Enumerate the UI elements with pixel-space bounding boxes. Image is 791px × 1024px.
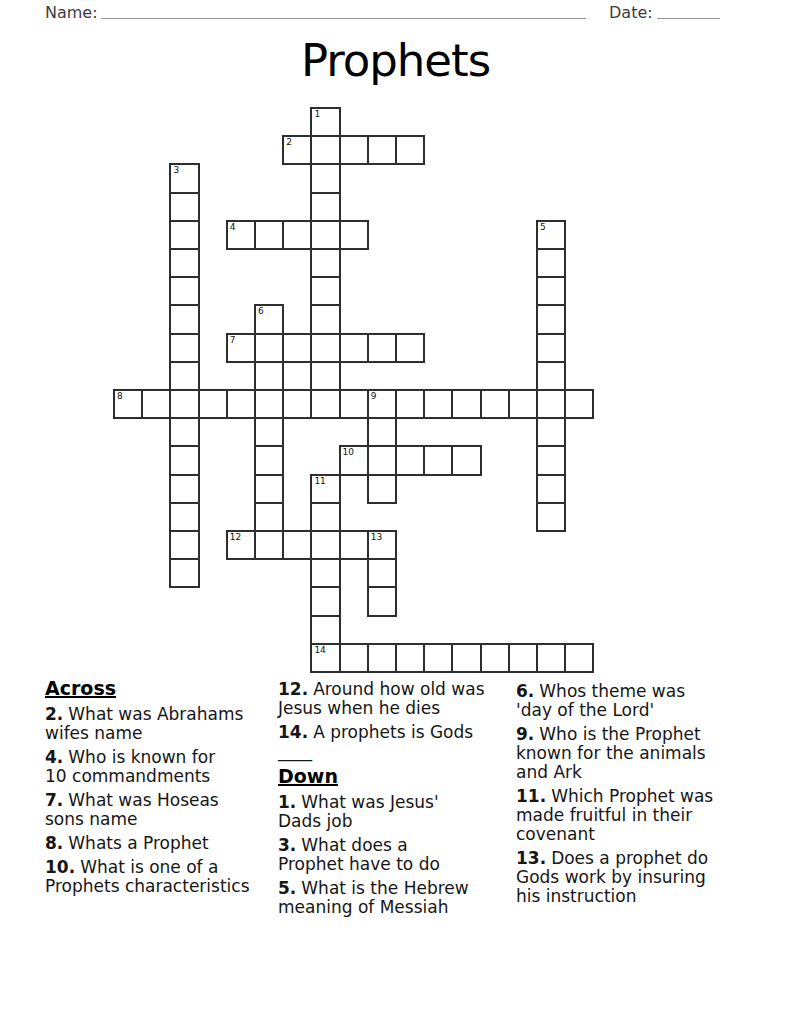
grid-cell-r14c7[interactable] (310, 502, 340, 532)
grid-cell-r11c5[interactable] (254, 417, 284, 447)
page-title: Prophets (0, 34, 791, 87)
grid-cell-r2c2[interactable]: 3 (169, 163, 199, 193)
grid-cell-r3c2[interactable] (169, 192, 199, 222)
grid-cell-r19c9[interactable] (367, 643, 397, 673)
grid-cell-r6c7[interactable] (310, 276, 340, 306)
clue-down-5: 5.What is the Hebrew meaning of Messiah (278, 879, 512, 917)
cell-number-4: 4 (230, 222, 236, 232)
grid-cell-r1c7[interactable] (310, 135, 340, 165)
grid-cell-r15c7[interactable] (310, 530, 340, 560)
worksheet-page: Name: Date: Prophets 1234567891011121314… (0, 0, 791, 1024)
clue-across-7: 7.What was Hoseas sons name (45, 791, 267, 829)
grid-cell-r13c5[interactable] (254, 474, 284, 504)
grid-cell-r8c4[interactable]: 7 (226, 333, 256, 363)
clue-down-13: 13.Does a prophet do Gods work by insuri… (516, 849, 746, 906)
grid-cell-r10c2[interactable] (169, 389, 199, 419)
grid-cell-r3c7[interactable] (310, 192, 340, 222)
grid-cell-r11c15[interactable] (536, 417, 566, 447)
clue-text: Who is the Prophet known for the animals… (516, 724, 706, 782)
grid-cell-r4c5[interactable] (254, 220, 284, 250)
grid-cell-r4c6[interactable] (282, 220, 312, 250)
grid-cell-r12c8[interactable]: 10 (339, 445, 369, 475)
grid-cell-r10c10[interactable] (395, 389, 425, 419)
grid-cell-r5c2[interactable] (169, 248, 199, 278)
grid-cell-r4c8[interactable] (339, 220, 369, 250)
grid-cell-r19c8[interactable] (339, 643, 369, 673)
clue-number: 14. (278, 722, 308, 742)
grid-cell-r10c3[interactable] (198, 389, 228, 419)
cell-number-14: 14 (314, 645, 325, 655)
cell-number-3: 3 (173, 165, 179, 175)
clue-number: 10. (45, 857, 75, 877)
grid-cell-r10c15[interactable] (536, 389, 566, 419)
clue-number: 12. (278, 679, 308, 699)
grid-cell-r12c11[interactable] (423, 445, 453, 475)
clue-across-12: 12.Around how old was Jesus when he dies (278, 680, 512, 718)
grid-cell-r14c5[interactable] (254, 502, 284, 532)
grid-cell-r10c8[interactable] (339, 389, 369, 419)
grid-cell-r17c7[interactable] (310, 586, 340, 616)
grid-cell-r7c5[interactable]: 6 (254, 304, 284, 334)
clue-number: 2. (45, 704, 63, 724)
grid-cell-r19c15[interactable] (536, 643, 566, 673)
clue-number: 11. (516, 786, 546, 806)
grid-cell-r8c10[interactable] (395, 333, 425, 363)
name-input-line[interactable] (101, 18, 586, 19)
grid-cell-r9c5[interactable] (254, 361, 284, 391)
clue-text: What is the Hebrew meaning of Messiah (278, 878, 469, 917)
grid-cell-r1c8[interactable] (339, 135, 369, 165)
grid-cell-r5c7[interactable] (310, 248, 340, 278)
clue-down-11: 11.Which Prophet was made fruitful in th… (516, 787, 746, 844)
grid-cell-r10c4[interactable] (226, 389, 256, 419)
grid-cell-r10c5[interactable] (254, 389, 284, 419)
grid-cell-r8c15[interactable] (536, 333, 566, 363)
clues-column-left: Across 2.What was Abrahams wifes name 4.… (45, 678, 267, 901)
grid-cell-r6c15[interactable] (536, 276, 566, 306)
grid-cell-r10c12[interactable] (451, 389, 481, 419)
grid-cell-r10c9[interactable]: 9 (367, 389, 397, 419)
clue-number: 7. (45, 790, 63, 810)
clue-text: Whos theme was 'day of the Lord' (516, 681, 685, 720)
clue-text: Whats a Prophet (68, 833, 208, 853)
grid-cell-r7c7[interactable] (310, 304, 340, 334)
grid-cell-r10c6[interactable] (282, 389, 312, 419)
grid-cell-r1c10[interactable] (395, 135, 425, 165)
date-label: Date: (609, 3, 653, 22)
grid-cell-r15c9[interactable]: 13 (367, 530, 397, 560)
grid-cell-r8c2[interactable] (169, 333, 199, 363)
grid-cell-r11c2[interactable] (169, 417, 199, 447)
clue-down-6: 6.Whos theme was 'day of the Lord' (516, 682, 746, 720)
clue-number: 4. (45, 747, 63, 767)
clue-text: What was Hoseas sons name (45, 790, 219, 829)
cell-number-11: 11 (314, 476, 325, 486)
clue-text: Who is known for 10 commandments (45, 747, 215, 786)
cell-number-1: 1 (314, 109, 320, 119)
grid-cell-r1c9[interactable] (367, 135, 397, 165)
crossword-grid: 1234567891011121314 (113, 107, 595, 674)
grid-cell-r4c2[interactable] (169, 220, 199, 250)
clue-down-1: 1.What was Jesus' Dads job (278, 793, 512, 831)
grid-cell-r13c9[interactable] (367, 474, 397, 504)
grid-cell-r8c8[interactable] (339, 333, 369, 363)
clue-across-4: 4.Who is known for 10 commandments (45, 748, 267, 786)
grid-cell-r17c9[interactable] (367, 586, 397, 616)
grid-cell-r14c15[interactable] (536, 502, 566, 532)
grid-cell-r7c15[interactable] (536, 304, 566, 334)
clue-text: What was Abrahams wifes name (45, 704, 243, 743)
clue-across-14: 14.A prophets is Gods ____ (278, 723, 512, 761)
grid-cell-r19c7[interactable]: 14 (310, 643, 340, 673)
clue-text: Around how old was Jesus when he dies (278, 679, 485, 718)
across-heading: Across (45, 678, 267, 699)
grid-cell-r16c2[interactable] (169, 558, 199, 588)
grid-cell-r15c4[interactable]: 12 (226, 530, 256, 560)
grid-cell-r18c7[interactable] (310, 615, 340, 645)
cell-number-8: 8 (117, 391, 123, 401)
clue-text: What is one of a Prophets characteristic… (45, 857, 250, 896)
grid-cell-r15c2[interactable] (169, 530, 199, 560)
grid-cell-r19c16[interactable] (564, 643, 594, 673)
grid-cell-r10c7[interactable] (310, 389, 340, 419)
grid-cell-r1c6[interactable]: 2 (282, 135, 312, 165)
grid-cell-r7c2[interactable] (169, 304, 199, 334)
clue-number: 1. (278, 792, 296, 812)
clue-number: 13. (516, 848, 546, 868)
grid-cell-r10c13[interactable] (480, 389, 510, 419)
clue-number: 5. (278, 878, 296, 898)
cell-number-6: 6 (258, 306, 264, 316)
grid-cell-r8c6[interactable] (282, 333, 312, 363)
grid-cell-r15c5[interactable] (254, 530, 284, 560)
grid-cell-r19c10[interactable] (395, 643, 425, 673)
grid-cell-r13c7[interactable]: 11 (310, 474, 340, 504)
clue-across-2: 2.What was Abrahams wifes name (45, 705, 267, 743)
grid-cell-r13c15[interactable] (536, 474, 566, 504)
grid-cell-r15c6[interactable] (282, 530, 312, 560)
name-label: Name: (45, 3, 98, 22)
grid-cell-r12c2[interactable] (169, 445, 199, 475)
grid-cell-r4c15[interactable]: 5 (536, 220, 566, 250)
clues-column-right: 6.Whos theme was 'day of the Lord' 9.Who… (516, 682, 746, 911)
cell-number-10: 10 (343, 447, 354, 457)
grid-cell-r19c12[interactable] (451, 643, 481, 673)
cell-number-2: 2 (286, 137, 292, 147)
grid-cell-r5c15[interactable] (536, 248, 566, 278)
grid-cell-r8c9[interactable] (367, 333, 397, 363)
grid-cell-r12c10[interactable] (395, 445, 425, 475)
cell-number-9: 9 (371, 391, 377, 401)
grid-cell-r12c12[interactable] (451, 445, 481, 475)
clue-down-9: 9.Who is the Prophet known for the anima… (516, 725, 746, 782)
clue-number: 3. (278, 835, 296, 855)
grid-cell-r10c16[interactable] (564, 389, 594, 419)
clue-text: What does a Prophet have to do (278, 835, 440, 874)
grid-cell-r12c9[interactable] (367, 445, 397, 475)
clue-across-8: 8.Whats a Prophet (45, 834, 267, 853)
grid-cell-r16c7[interactable] (310, 558, 340, 588)
grid-cell-r11c9[interactable] (367, 417, 397, 447)
grid-cell-r13c2[interactable] (169, 474, 199, 504)
grid-cell-r8c7[interactable] (310, 333, 340, 363)
clue-down-3: 3.What does a Prophet have to do (278, 836, 512, 874)
grid-cell-r12c5[interactable] (254, 445, 284, 475)
cell-number-13: 13 (371, 532, 382, 542)
grid-cell-r19c13[interactable] (480, 643, 510, 673)
grid-cell-r10c1[interactable] (141, 389, 171, 419)
grid-cell-r10c14[interactable] (508, 389, 538, 419)
grid-cell-r19c11[interactable] (423, 643, 453, 673)
grid-cell-r14c2[interactable] (169, 502, 199, 532)
grid-cell-r4c4[interactable]: 4 (226, 220, 256, 250)
cell-number-5: 5 (540, 222, 546, 232)
clue-text: What was Jesus' Dads job (278, 792, 439, 831)
cell-number-12: 12 (230, 532, 241, 542)
grid-cell-r9c2[interactable] (169, 361, 199, 391)
clue-number: 6. (516, 681, 534, 701)
down-heading: Down (278, 766, 512, 787)
grid-cell-r4c7[interactable] (310, 220, 340, 250)
date-input-line[interactable] (657, 18, 720, 19)
clues-column-middle: 12.Around how old was Jesus when he dies… (278, 680, 512, 922)
grid-cell-r10c0[interactable]: 8 (113, 389, 143, 419)
grid-cell-r9c7[interactable] (310, 361, 340, 391)
grid-cell-r9c15[interactable] (536, 361, 566, 391)
clue-number: 8. (45, 833, 63, 853)
grid-cell-r10c11[interactable] (423, 389, 453, 419)
grid-cell-r19c14[interactable] (508, 643, 538, 673)
grid-cell-r16c9[interactable] (367, 558, 397, 588)
clue-across-10: 10.What is one of a Prophets characteris… (45, 858, 267, 896)
grid-cell-r8c5[interactable] (254, 333, 284, 363)
grid-cell-r15c8[interactable] (339, 530, 369, 560)
clue-number: 9. (516, 724, 534, 744)
grid-cell-r6c2[interactable] (169, 276, 199, 306)
grid-cell-r0c7[interactable]: 1 (310, 107, 340, 137)
grid-cell-r12c15[interactable] (536, 445, 566, 475)
grid-cell-r2c7[interactable] (310, 163, 340, 193)
cell-number-7: 7 (230, 335, 236, 345)
